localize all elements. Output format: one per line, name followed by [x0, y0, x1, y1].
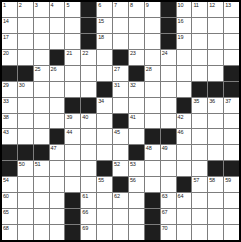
cell-r9c10-block	[145, 129, 160, 144]
cell-r14c3[interactable]	[34, 209, 49, 224]
cell-r7c9[interactable]	[129, 98, 144, 113]
cell-r8c6[interactable]: 40	[81, 114, 96, 129]
cell-r12c8-block	[113, 177, 128, 192]
cell-r5c8[interactable]: 27	[113, 66, 128, 81]
cell-r8c4[interactable]	[50, 114, 65, 129]
clue-number-70: 70	[162, 225, 168, 231]
cell-r5c2-block	[18, 66, 33, 81]
cell-r14c8[interactable]	[113, 209, 128, 224]
cell-r9c8[interactable]: 45	[113, 129, 128, 144]
clue-number-50: 50	[19, 161, 25, 167]
cell-r6c9[interactable]: 32	[129, 82, 144, 97]
cell-r11c12[interactable]	[177, 161, 192, 176]
cell-r10c15[interactable]	[224, 145, 239, 160]
clue-number-51: 51	[35, 161, 41, 167]
cell-r12c10[interactable]	[145, 177, 160, 192]
clue-number-18: 18	[98, 34, 104, 40]
clue-number-65: 65	[3, 209, 9, 215]
cell-r2c2[interactable]	[18, 18, 33, 33]
cell-r3c1[interactable]: 17	[2, 34, 17, 49]
cell-r1c7[interactable]: 6	[97, 2, 112, 17]
cell-r9c6[interactable]	[81, 129, 96, 144]
clue-number-68: 68	[3, 225, 9, 231]
cell-r1c15[interactable]: 13	[224, 2, 239, 17]
cell-r12c15[interactable]: 59	[224, 177, 239, 192]
cell-r4c5[interactable]: 21	[65, 50, 80, 65]
cell-r11c3[interactable]: 51	[34, 161, 49, 176]
cell-r12c11[interactable]	[161, 177, 176, 192]
cell-r11c11[interactable]	[161, 161, 176, 176]
cell-r7c6-block	[81, 98, 96, 113]
clue-number-49: 49	[162, 145, 168, 151]
crossword-board: 1234567891011121314151617181920212223242…	[0, 0, 241, 242]
clue-number-61: 61	[82, 193, 88, 199]
cell-r15c15[interactable]	[224, 225, 239, 240]
clue-number-5: 5	[66, 2, 69, 8]
clue-number-36: 36	[209, 98, 215, 104]
clue-number-32: 32	[130, 82, 136, 88]
clue-number-27: 27	[114, 66, 120, 72]
cell-r4c12[interactable]	[177, 50, 192, 65]
cell-r14c11[interactable]: 67	[161, 209, 176, 224]
cell-r15c12[interactable]	[177, 225, 192, 240]
clue-number-44: 44	[66, 129, 72, 135]
cell-r7c15[interactable]: 37	[224, 98, 239, 113]
cell-r4c8-block	[113, 50, 128, 65]
cell-r11c2[interactable]: 50	[18, 161, 33, 176]
cell-r6c11[interactable]	[161, 82, 176, 97]
cell-r7c2[interactable]	[18, 98, 33, 113]
cell-r6c3[interactable]	[34, 82, 49, 97]
cell-r10c10[interactable]: 48	[145, 145, 160, 160]
cell-r1c14[interactable]: 12	[208, 2, 223, 17]
cell-r10c7[interactable]	[97, 145, 112, 160]
cell-r4c2[interactable]	[18, 50, 33, 65]
cell-r7c11[interactable]	[161, 98, 176, 113]
cell-r13c13[interactable]	[192, 193, 207, 208]
cell-r14c5-block	[65, 209, 80, 224]
cell-r1c1[interactable]: 1	[2, 2, 17, 17]
cell-r1c4[interactable]: 4	[50, 2, 65, 17]
clue-number-47: 47	[51, 145, 57, 151]
cell-r1c6-block	[81, 2, 96, 17]
cell-r4c7[interactable]	[97, 50, 112, 65]
cell-r3c12[interactable]: 19	[177, 34, 192, 49]
cell-r2c11-block	[161, 18, 176, 33]
cell-r4c6[interactable]: 22	[81, 50, 96, 65]
cell-r11c8[interactable]: 52	[113, 161, 128, 176]
cell-r5c7[interactable]	[97, 66, 112, 81]
cell-r3c13[interactable]	[192, 34, 207, 49]
clue-number-22: 22	[82, 50, 88, 56]
cell-r5c3[interactable]: 25	[34, 66, 49, 81]
cell-r6c8[interactable]: 31	[113, 82, 128, 97]
cell-r14c13[interactable]	[192, 209, 207, 224]
cell-r13c15[interactable]	[224, 193, 239, 208]
cell-r9c9[interactable]	[129, 129, 144, 144]
cell-r9c14[interactable]	[208, 129, 223, 144]
cell-r8c11[interactable]	[161, 114, 176, 129]
clue-number-48: 48	[146, 145, 152, 151]
cell-r3c10[interactable]	[145, 34, 160, 49]
clue-number-56: 56	[130, 177, 136, 183]
cell-r4c10[interactable]	[145, 50, 160, 65]
cell-r2c13[interactable]	[192, 18, 207, 33]
cell-r7c8[interactable]	[113, 98, 128, 113]
cell-r9c4-block	[50, 129, 65, 144]
cell-r2c9[interactable]	[129, 18, 144, 33]
cell-r9c1[interactable]: 43	[2, 129, 17, 144]
clue-number-57: 57	[193, 177, 199, 183]
cell-r2c4[interactable]	[50, 18, 65, 33]
cell-r7c13[interactable]: 35	[192, 98, 207, 113]
cell-r11c13[interactable]	[192, 161, 207, 176]
cell-r4c9[interactable]: 23	[129, 50, 144, 65]
clue-number-43: 43	[3, 129, 9, 135]
clue-number-40: 40	[82, 114, 88, 120]
cell-r10c8[interactable]	[113, 145, 128, 160]
cell-r6c10[interactable]	[145, 82, 160, 97]
clue-number-23: 23	[130, 50, 136, 56]
cell-r12c12-block	[177, 177, 192, 192]
clue-number-8: 8	[130, 2, 133, 8]
cell-r1c3[interactable]: 3	[34, 2, 49, 17]
cell-r2c8[interactable]	[113, 18, 128, 33]
cell-r10c2-block	[18, 145, 33, 160]
cell-r3c7[interactable]: 18	[97, 34, 112, 49]
clue-number-67: 67	[162, 209, 168, 215]
cell-r13c9[interactable]	[129, 193, 144, 208]
cell-r12c14[interactable]: 58	[208, 177, 223, 192]
cell-r13c6[interactable]: 61	[81, 193, 96, 208]
cell-r15c13[interactable]	[192, 225, 207, 240]
cell-r10c11[interactable]: 49	[161, 145, 176, 160]
cell-r6c6[interactable]	[81, 82, 96, 97]
cell-r8c13[interactable]	[192, 114, 207, 129]
clue-number-15: 15	[98, 18, 104, 24]
clue-number-38: 38	[3, 114, 9, 120]
cell-r11c14-block	[208, 161, 223, 176]
cell-r15c6[interactable]: 69	[81, 225, 96, 240]
clue-number-4: 4	[51, 2, 54, 8]
cell-r15c9[interactable]	[129, 225, 144, 240]
clue-number-55: 55	[98, 177, 104, 183]
cell-r10c5[interactable]	[65, 145, 80, 160]
clue-number-66: 66	[82, 209, 88, 215]
clue-number-26: 26	[51, 66, 57, 72]
cell-r9c13[interactable]	[192, 129, 207, 144]
cell-r13c11[interactable]: 63	[161, 193, 176, 208]
cell-r2c3[interactable]	[34, 18, 49, 33]
clue-number-14: 14	[3, 18, 9, 24]
cell-r8c1[interactable]: 38	[2, 114, 17, 129]
clue-number-16: 16	[178, 18, 184, 24]
cell-r15c10-block	[145, 225, 160, 240]
cell-r10c14[interactable]	[208, 145, 223, 160]
cell-r9c7[interactable]	[97, 129, 112, 144]
clue-number-13: 13	[225, 2, 231, 8]
cell-r15c1[interactable]: 68	[2, 225, 17, 240]
cell-r8c8-block	[113, 114, 128, 129]
cell-r7c12-block	[177, 98, 192, 113]
clue-number-62: 62	[114, 193, 120, 199]
cell-r3c8[interactable]	[113, 34, 128, 49]
cell-r4c1[interactable]: 20	[2, 50, 17, 65]
cell-r12c13[interactable]: 57	[192, 177, 207, 192]
cell-r14c1[interactable]: 65	[2, 209, 17, 224]
cell-r11c6[interactable]	[81, 161, 96, 176]
cell-r4c3[interactable]	[34, 50, 49, 65]
cell-r2c10[interactable]	[145, 18, 160, 33]
cell-r5c15-block	[224, 66, 239, 81]
cell-r3c6-block	[81, 34, 96, 49]
cell-r6c5[interactable]	[65, 82, 80, 97]
cell-r14c9[interactable]	[129, 209, 144, 224]
clue-number-6: 6	[98, 2, 101, 8]
cell-r11c10[interactable]	[145, 161, 160, 176]
cell-r2c12[interactable]: 16	[177, 18, 192, 33]
cell-r1c8[interactable]: 7	[113, 2, 128, 17]
cell-r13c3[interactable]	[34, 193, 49, 208]
clue-number-58: 58	[209, 177, 215, 183]
cell-r14c4[interactable]	[50, 209, 65, 224]
cell-r8c10[interactable]	[145, 114, 160, 129]
clue-number-1: 1	[3, 2, 6, 8]
clue-number-54: 54	[3, 177, 9, 183]
clue-number-30: 30	[19, 82, 25, 88]
cell-r2c1[interactable]: 14	[2, 18, 17, 33]
clue-number-29: 29	[3, 82, 9, 88]
cell-r13c8[interactable]: 62	[113, 193, 128, 208]
cell-r9c2[interactable]	[18, 129, 33, 144]
cell-r13c5-block	[65, 193, 80, 208]
cell-r3c4[interactable]	[50, 34, 65, 49]
cell-r13c12[interactable]: 64	[177, 193, 192, 208]
cell-r1c11-block	[161, 2, 176, 17]
cell-r8c12[interactable]: 42	[177, 114, 192, 129]
clue-number-2: 2	[19, 2, 22, 8]
clue-number-69: 69	[82, 225, 88, 231]
cell-r5c10[interactable]: 28	[145, 66, 160, 81]
cell-r11c5[interactable]	[65, 161, 80, 176]
clue-number-64: 64	[178, 193, 184, 199]
cell-r11c9[interactable]: 53	[129, 161, 144, 176]
cell-r3c3[interactable]	[34, 34, 49, 49]
cell-r13c4[interactable]	[50, 193, 65, 208]
clue-number-41: 41	[130, 114, 136, 120]
cell-r3c15[interactable]	[224, 34, 239, 49]
cell-r7c1[interactable]: 33	[2, 98, 17, 113]
cell-r6c1[interactable]: 29	[2, 82, 17, 97]
cell-r11c4[interactable]	[50, 161, 65, 176]
cell-r6c13-block	[192, 82, 207, 97]
cell-r9c11-block	[161, 129, 176, 144]
cell-r12c6[interactable]	[81, 177, 96, 192]
cell-r12c3[interactable]	[34, 177, 49, 192]
cell-r6c14-block	[208, 82, 223, 97]
cell-r4c15[interactable]	[224, 50, 239, 65]
cell-r1c5[interactable]: 5	[65, 2, 80, 17]
cell-r10c1-block	[2, 145, 17, 160]
cell-r7c3[interactable]	[34, 98, 49, 113]
cell-r5c9-block	[129, 66, 144, 81]
clue-number-60: 60	[3, 193, 9, 199]
cell-r2c15[interactable]	[224, 18, 239, 33]
clue-number-9: 9	[146, 2, 149, 8]
cell-r12c7[interactable]: 55	[97, 177, 112, 192]
cell-r12c5[interactable]	[65, 177, 80, 192]
clue-number-53: 53	[130, 161, 136, 167]
cell-r8c9[interactable]: 41	[129, 114, 144, 129]
clue-number-11: 11	[193, 2, 198, 8]
clue-number-25: 25	[35, 66, 41, 72]
cell-r15c7[interactable]	[97, 225, 112, 240]
cell-r7c10[interactable]	[145, 98, 160, 113]
cell-r12c1[interactable]: 54	[2, 177, 17, 192]
clue-number-34: 34	[98, 98, 104, 104]
cell-r9c5[interactable]: 44	[65, 129, 80, 144]
cell-r14c7[interactable]	[97, 209, 112, 224]
clue-number-17: 17	[3, 34, 9, 40]
cell-r1c12[interactable]: 10	[177, 2, 192, 17]
cell-r6c15-block	[224, 82, 239, 97]
cell-r15c14[interactable]	[208, 225, 223, 240]
cell-r13c10-block	[145, 193, 160, 208]
cell-r1c9[interactable]: 8	[129, 2, 144, 17]
cell-r2c5[interactable]	[65, 18, 80, 33]
cell-r13c7[interactable]	[97, 193, 112, 208]
cell-r3c14[interactable]	[208, 34, 223, 49]
clue-number-33: 33	[3, 98, 9, 104]
clue-number-20: 20	[3, 50, 9, 56]
cell-r10c9-block	[129, 145, 144, 160]
cell-r5c1-block	[2, 66, 17, 81]
cell-r7c4[interactable]	[50, 98, 65, 113]
cell-r8c15[interactable]	[224, 114, 239, 129]
cell-r12c9[interactable]: 56	[129, 177, 144, 192]
cell-r4c4-block	[50, 50, 65, 65]
cell-r9c3[interactable]	[34, 129, 49, 144]
clue-number-31: 31	[114, 82, 120, 88]
cell-r10c3-block	[34, 145, 49, 160]
clue-number-52: 52	[114, 161, 120, 167]
clue-number-12: 12	[209, 2, 215, 8]
cell-r6c2[interactable]: 30	[18, 82, 33, 97]
cell-r6c12[interactable]	[177, 82, 192, 97]
clue-number-39: 39	[66, 114, 72, 120]
cell-r13c14[interactable]	[208, 193, 223, 208]
cell-r4c13[interactable]	[192, 50, 207, 65]
cell-r8c14[interactable]	[208, 114, 223, 129]
cell-r8c2[interactable]	[18, 114, 33, 129]
cell-r11c7-block	[97, 161, 112, 176]
cell-r11c15-block	[224, 161, 239, 176]
cell-r2c6-block	[81, 18, 96, 33]
cell-r10c4[interactable]: 47	[50, 145, 65, 160]
clue-number-7: 7	[114, 2, 117, 8]
cell-r5c5[interactable]	[65, 66, 80, 81]
cell-r6c7-block	[97, 82, 112, 97]
cell-r5c4[interactable]: 26	[50, 66, 65, 81]
cell-r10c13[interactable]	[192, 145, 207, 160]
cell-r9c15[interactable]	[224, 129, 239, 144]
clue-number-46: 46	[178, 129, 184, 135]
cell-r14c10-block	[145, 209, 160, 224]
cell-r1c2[interactable]: 2	[18, 2, 33, 17]
cell-r10c12[interactable]	[177, 145, 192, 160]
cell-r8c7[interactable]	[97, 114, 112, 129]
clue-number-10: 10	[178, 2, 184, 8]
cell-r5c12[interactable]	[177, 66, 192, 81]
cell-r12c4[interactable]	[50, 177, 65, 192]
cell-r5c13[interactable]	[192, 66, 207, 81]
cell-r3c5[interactable]	[65, 34, 80, 49]
cell-r11c1-block	[2, 161, 17, 176]
cell-r15c8[interactable]	[113, 225, 128, 240]
cell-r5c14[interactable]	[208, 66, 223, 81]
cell-r15c5-block	[65, 225, 80, 240]
cell-r10c6[interactable]	[81, 145, 96, 160]
cell-r7c14[interactable]: 36	[208, 98, 223, 113]
clue-number-3: 3	[35, 2, 38, 8]
cell-r4c14[interactable]	[208, 50, 223, 65]
cell-r9c12[interactable]: 46	[177, 129, 192, 144]
cell-r14c15[interactable]	[224, 209, 239, 224]
clue-number-37: 37	[225, 98, 231, 104]
cell-r15c11[interactable]: 70	[161, 225, 176, 240]
clue-number-28: 28	[146, 66, 152, 72]
cell-r1c13[interactable]: 11	[192, 2, 207, 17]
cell-r15c2[interactable]	[18, 225, 33, 240]
clue-number-63: 63	[162, 193, 168, 199]
cell-r3c9[interactable]	[129, 34, 144, 49]
cell-r15c3[interactable]	[34, 225, 49, 240]
clue-number-21: 21	[66, 50, 72, 56]
cell-r3c11-block	[161, 34, 176, 49]
cell-r7c7[interactable]: 34	[97, 98, 112, 113]
cell-r4c11[interactable]: 24	[161, 50, 176, 65]
cell-r14c12[interactable]	[177, 209, 192, 224]
cell-r2c7[interactable]: 15	[97, 18, 112, 33]
cell-r7c5-block	[65, 98, 80, 113]
cell-r3c2[interactable]	[18, 34, 33, 49]
cell-r5c6[interactable]	[81, 66, 96, 81]
cell-r6c4[interactable]	[50, 82, 65, 97]
cell-r14c14[interactable]	[208, 209, 223, 224]
cell-r14c2[interactable]	[18, 209, 33, 224]
cell-r8c3[interactable]	[34, 114, 49, 129]
cell-r13c1[interactable]: 60	[2, 193, 17, 208]
clue-number-45: 45	[114, 129, 120, 135]
clue-number-19: 19	[178, 34, 184, 40]
clue-number-59: 59	[225, 177, 231, 183]
clue-number-35: 35	[193, 98, 199, 104]
cell-r8c5[interactable]: 39	[65, 114, 80, 129]
cell-r13c2[interactable]	[18, 193, 33, 208]
cell-r1c10[interactable]: 9	[145, 2, 160, 17]
clue-number-42: 42	[178, 114, 184, 120]
cell-r12c2[interactable]	[18, 177, 33, 192]
cell-r14c6[interactable]: 66	[81, 209, 96, 224]
cell-r2c14[interactable]	[208, 18, 223, 33]
cell-r5c11[interactable]	[161, 66, 176, 81]
cell-r15c4[interactable]	[50, 225, 65, 240]
clue-number-24: 24	[162, 50, 168, 56]
